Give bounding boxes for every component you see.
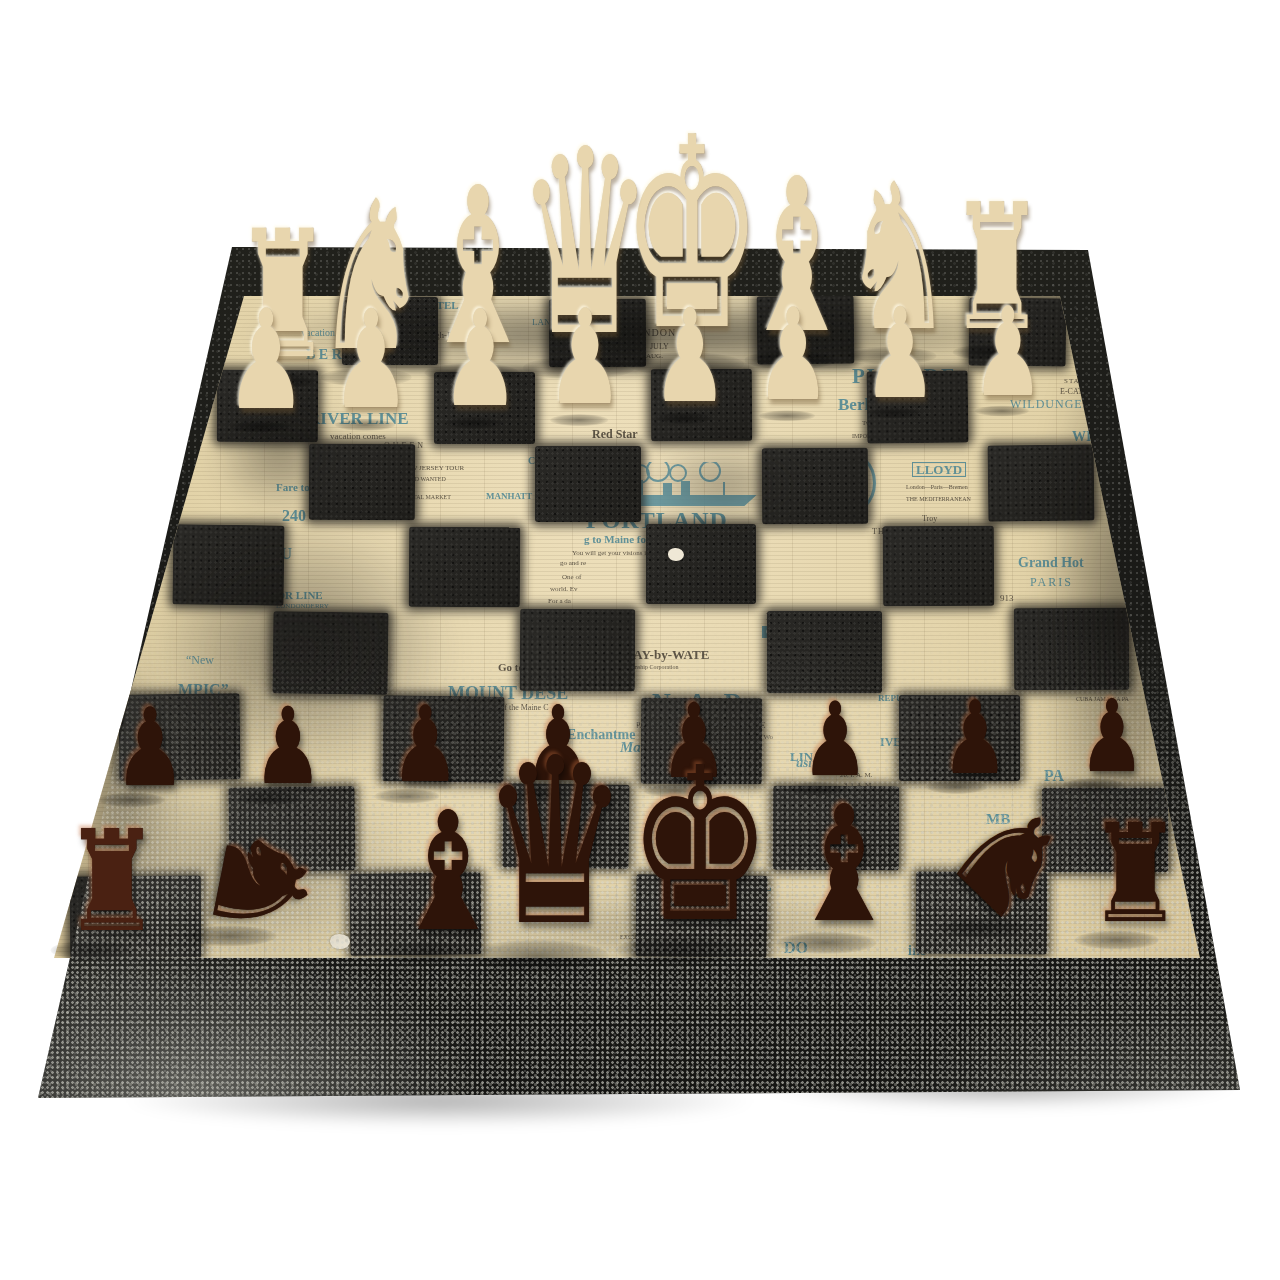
white-pawn-b2: ♟ bbox=[844, 291, 956, 416]
black-pawn-h7: ♟ bbox=[101, 694, 198, 802]
newsprint-snippet: PALA HOTEL bbox=[1112, 326, 1160, 334]
black-rook-a8: ♜ bbox=[1074, 806, 1196, 942]
white-pawn-d2: ♟ bbox=[632, 292, 748, 421]
black-pawn-a7: ♟ bbox=[1067, 687, 1157, 787]
black-knight-b8: ♞ bbox=[934, 782, 1067, 930]
white-pawn-g2: ♟ bbox=[310, 292, 432, 428]
black-pawn-g7: ♟ bbox=[241, 694, 336, 800]
white-pawn-c2: ♟ bbox=[736, 292, 850, 419]
black-rook-h8: ♜ bbox=[49, 812, 175, 952]
white-pawn-a2: ♟ bbox=[953, 291, 1063, 414]
white-pawn-h2: ♟ bbox=[204, 292, 328, 430]
black-knight-fallen-g8: ♞ bbox=[181, 788, 315, 938]
photo-scene: OTELVacationB E Rough-ELANDAMLONDONJULYA… bbox=[0, 0, 1280, 1280]
newsprint-snippet: Atlantic T bbox=[1116, 420, 1157, 430]
newsprint-snippet: INTE bbox=[1100, 308, 1124, 318]
newsprint-snippet: ROPOLIS bbox=[1140, 340, 1173, 348]
black-queen-e8: ♛ bbox=[452, 728, 658, 958]
white-pawn-e2: ♟ bbox=[527, 292, 644, 423]
white-pawn-f2: ♟ bbox=[420, 293, 539, 426]
